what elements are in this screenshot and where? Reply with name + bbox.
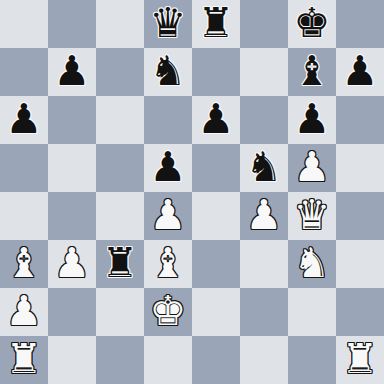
square-e1[interactable] (192, 336, 240, 384)
chess-board: ♛♜♚♟♞♝♟♟♟♟♟♞♟♟♟♛♝♟♜♝♞♟♚♜♜ (0, 0, 384, 384)
square-g5[interactable]: ♟ (288, 144, 336, 192)
piece-black-knight: ♞ (150, 48, 187, 95)
square-c8[interactable] (96, 0, 144, 48)
square-f1[interactable] (240, 336, 288, 384)
square-c1[interactable] (96, 336, 144, 384)
square-b3[interactable]: ♟ (48, 240, 96, 288)
square-f4[interactable]: ♟ (240, 192, 288, 240)
square-e8[interactable]: ♜ (192, 0, 240, 48)
piece-black-knight: ♞ (246, 144, 283, 191)
piece-white-pawn: ♟ (6, 288, 43, 335)
square-g2[interactable] (288, 288, 336, 336)
chess-board-page: ♛♜♚♟♞♝♟♟♟♟♟♞♟♟♟♛♝♟♜♝♞♟♚♜♜ (0, 0, 384, 384)
square-h5[interactable] (336, 144, 384, 192)
square-h2[interactable] (336, 288, 384, 336)
square-c7[interactable] (96, 48, 144, 96)
piece-white-king: ♚ (150, 288, 187, 335)
square-f3[interactable] (240, 240, 288, 288)
square-b7[interactable]: ♟ (48, 48, 96, 96)
piece-black-rook: ♜ (198, 0, 235, 47)
square-e5[interactable] (192, 144, 240, 192)
piece-black-queen: ♛ (150, 0, 187, 47)
square-e2[interactable] (192, 288, 240, 336)
square-b6[interactable] (48, 96, 96, 144)
square-a4[interactable] (0, 192, 48, 240)
piece-black-pawn: ♟ (150, 144, 187, 191)
piece-white-knight: ♞ (294, 240, 331, 287)
square-g7[interactable]: ♝ (288, 48, 336, 96)
square-c6[interactable] (96, 96, 144, 144)
piece-black-pawn: ♟ (54, 48, 91, 95)
square-d2[interactable]: ♚ (144, 288, 192, 336)
square-b2[interactable] (48, 288, 96, 336)
piece-white-bishop: ♝ (150, 240, 187, 287)
square-h7[interactable]: ♟ (336, 48, 384, 96)
square-g8[interactable]: ♚ (288, 0, 336, 48)
square-e3[interactable] (192, 240, 240, 288)
square-g6[interactable]: ♟ (288, 96, 336, 144)
square-a7[interactable] (0, 48, 48, 96)
piece-black-pawn: ♟ (6, 96, 43, 143)
square-d1[interactable] (144, 336, 192, 384)
square-e6[interactable]: ♟ (192, 96, 240, 144)
square-b8[interactable] (48, 0, 96, 48)
square-h3[interactable] (336, 240, 384, 288)
square-a2[interactable]: ♟ (0, 288, 48, 336)
square-e7[interactable] (192, 48, 240, 96)
piece-black-king: ♚ (294, 0, 331, 47)
square-e4[interactable] (192, 192, 240, 240)
square-h6[interactable] (336, 96, 384, 144)
piece-black-pawn: ♟ (342, 48, 379, 95)
square-d8[interactable]: ♛ (144, 0, 192, 48)
square-g3[interactable]: ♞ (288, 240, 336, 288)
square-c2[interactable] (96, 288, 144, 336)
piece-white-rook: ♜ (342, 336, 379, 383)
square-h4[interactable] (336, 192, 384, 240)
piece-black-rook: ♜ (102, 240, 139, 287)
piece-white-pawn: ♟ (294, 144, 331, 191)
square-a8[interactable] (0, 0, 48, 48)
square-g4[interactable]: ♛ (288, 192, 336, 240)
square-f6[interactable] (240, 96, 288, 144)
square-d6[interactable] (144, 96, 192, 144)
piece-white-pawn: ♟ (246, 192, 283, 239)
piece-black-pawn: ♟ (294, 96, 331, 143)
piece-white-pawn: ♟ (150, 192, 187, 239)
square-f5[interactable]: ♞ (240, 144, 288, 192)
square-h1[interactable]: ♜ (336, 336, 384, 384)
square-a5[interactable] (0, 144, 48, 192)
square-b1[interactable] (48, 336, 96, 384)
square-d5[interactable]: ♟ (144, 144, 192, 192)
piece-white-bishop: ♝ (6, 240, 43, 287)
piece-white-queen: ♛ (294, 192, 331, 239)
square-b4[interactable] (48, 192, 96, 240)
square-f7[interactable] (240, 48, 288, 96)
square-b5[interactable] (48, 144, 96, 192)
square-d7[interactable]: ♞ (144, 48, 192, 96)
square-h8[interactable] (336, 0, 384, 48)
square-a6[interactable]: ♟ (0, 96, 48, 144)
square-g1[interactable] (288, 336, 336, 384)
square-f8[interactable] (240, 0, 288, 48)
piece-white-rook: ♜ (6, 336, 43, 383)
piece-white-pawn: ♟ (54, 240, 91, 287)
piece-black-pawn: ♟ (198, 96, 235, 143)
square-d4[interactable]: ♟ (144, 192, 192, 240)
square-a1[interactable]: ♜ (0, 336, 48, 384)
square-f2[interactable] (240, 288, 288, 336)
square-a3[interactable]: ♝ (0, 240, 48, 288)
square-d3[interactable]: ♝ (144, 240, 192, 288)
square-c5[interactable] (96, 144, 144, 192)
square-c4[interactable] (96, 192, 144, 240)
piece-black-bishop: ♝ (294, 48, 331, 95)
square-c3[interactable]: ♜ (96, 240, 144, 288)
